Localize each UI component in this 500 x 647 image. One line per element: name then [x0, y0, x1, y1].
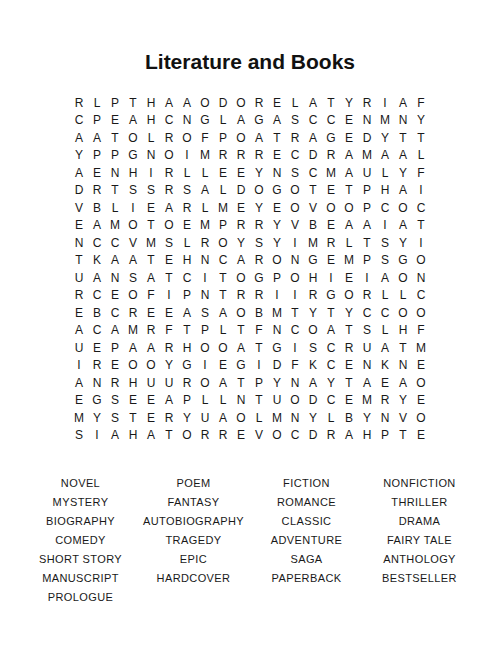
grid-cell-r14c18: L [376, 322, 394, 340]
grid-cell-r6c4: S [124, 182, 142, 200]
grid-cell-r7c2: B [88, 199, 106, 217]
grid-cell-r20c15: R [322, 427, 340, 445]
grid-cell-r19c2: Y [88, 409, 106, 427]
grid-cell-r2c20: Y [412, 112, 430, 130]
grid-cell-r2c7: N [178, 112, 196, 130]
grid-cell-r3c16: E [340, 129, 358, 147]
grid-cell-r14c9: L [214, 322, 232, 340]
grid-cell-r9c14: M [304, 234, 322, 252]
grid-cell-r4c6: O [160, 147, 178, 165]
grid-cell-r12c17: R [358, 287, 376, 305]
grid-cell-r11c6: T [160, 269, 178, 287]
grid-cell-r10c6: E [160, 252, 178, 270]
word-item: PAPERBACK [250, 569, 363, 588]
grid-cell-r6c5: S [142, 182, 160, 200]
grid-cell-r2c16: E [340, 112, 358, 130]
grid-cell-r16c6: Y [160, 357, 178, 375]
grid-cell-r16c18: K [376, 357, 394, 375]
grid-cell-r12c20: C [412, 287, 430, 305]
grid-cell-r13c7: A [178, 304, 196, 322]
grid-cell-r16c10: G [232, 357, 250, 375]
word-item: ANTHOLOGY [363, 550, 476, 569]
grid-cell-r12c10: R [232, 287, 250, 305]
grid-cell-r1c8: O [196, 94, 214, 112]
grid-cell-r13c17: C [358, 304, 376, 322]
grid-cell-r12c3: E [106, 287, 124, 305]
grid-cell-r6c14: T [304, 182, 322, 200]
grid-cell-r5c3: N [106, 164, 124, 182]
grid-cell-r6c12: G [268, 182, 286, 200]
grid-cell-r18c19: Y [394, 392, 412, 410]
grid-cell-r10c1: T [70, 252, 88, 270]
grid-cell-r15c1: U [70, 339, 88, 357]
grid-cell-r3c18: Y [376, 129, 394, 147]
word-list-column-1: NOVELMYSTERYBIOGRAPHYCOMEDYSHORT STORYMA… [24, 474, 137, 607]
grid-cell-r6c7: S [178, 182, 196, 200]
grid-cell-r1c17: R [358, 94, 376, 112]
grid-cell-r14c4: M [124, 322, 142, 340]
grid-cell-r9c12: Y [268, 234, 286, 252]
word-item: SAGA [250, 550, 363, 569]
grid-cell-r11c13: O [286, 269, 304, 287]
grid-cell-r4c4: G [124, 147, 142, 165]
word-item: FANTASY [137, 493, 250, 512]
grid-cell-r1c4: T [124, 94, 142, 112]
grid-cell-r13c6: E [160, 304, 178, 322]
grid-cell-r2c1: C [70, 112, 88, 130]
grid-cell-r7c8: L [196, 199, 214, 217]
grid-cell-r13c1: E [70, 304, 88, 322]
grid-cell-r18c10: N [232, 392, 250, 410]
grid-cell-r8c17: A [358, 217, 376, 235]
grid-cell-r4c5: N [142, 147, 160, 165]
grid-cell-r6c11: O [250, 182, 268, 200]
grid-cell-r20c5: A [142, 427, 160, 445]
grid-cell-r20c17: H [358, 427, 376, 445]
grid-cell-r19c18: N [376, 409, 394, 427]
grid-cell-r15c4: A [124, 339, 142, 357]
grid-cell-r13c4: R [124, 304, 142, 322]
grid-cell-r1c6: A [160, 94, 178, 112]
grid-cell-r8c15: E [322, 217, 340, 235]
grid-cell-r3c17: D [358, 129, 376, 147]
grid-cell-r1c10: O [232, 94, 250, 112]
word-item: NONFICTION [363, 474, 476, 493]
grid-cell-r18c12: U [268, 392, 286, 410]
grid-cell-r18c18: R [376, 392, 394, 410]
grid-cell-r2c8: G [196, 112, 214, 130]
grid-cell-r12c8: N [196, 287, 214, 305]
grid-cell-r14c8: P [196, 322, 214, 340]
grid-cell-r2c13: S [286, 112, 304, 130]
grid-cell-r20c19: T [394, 427, 412, 445]
grid-cell-r5c14: C [304, 164, 322, 182]
grid-cell-r19c9: A [214, 409, 232, 427]
grid-cell-r16c2: R [88, 357, 106, 375]
grid-cell-r7c4: I [124, 199, 142, 217]
grid-cell-r17c20: O [412, 374, 430, 392]
word-item: PROLOGUE [24, 588, 137, 607]
grid-cell-r18c8: L [196, 392, 214, 410]
grid-cell-r14c6: F [160, 322, 178, 340]
grid-cell-r5c9: E [214, 164, 232, 182]
grid-cell-r20c7: O [178, 427, 196, 445]
grid-cell-r1c2: L [88, 94, 106, 112]
grid-cell-r11c1: U [70, 269, 88, 287]
grid-cell-r17c11: P [250, 374, 268, 392]
grid-cell-r15c15: C [322, 339, 340, 357]
grid-cell-r17c2: N [88, 374, 106, 392]
grid-cell-r18c11: T [250, 392, 268, 410]
grid-cell-r12c9: T [214, 287, 232, 305]
grid-cell-r11c15: I [322, 269, 340, 287]
grid-cell-r18c17: M [358, 392, 376, 410]
word-item: FICTION [250, 474, 363, 493]
grid-cell-r8c3: M [106, 217, 124, 235]
grid-cell-r13c12: M [268, 304, 286, 322]
grid-cell-r9c3: C [106, 234, 124, 252]
grid-cell-r3c9: P [214, 129, 232, 147]
grid-cell-r19c3: S [106, 409, 124, 427]
grid-cell-r10c8: N [196, 252, 214, 270]
grid-cell-r5c4: H [124, 164, 142, 182]
grid-cell-r8c20: T [412, 217, 430, 235]
grid-cell-r4c15: R [322, 147, 340, 165]
grid-cell-r13c2: B [88, 304, 106, 322]
grid-cell-r11c9: T [214, 269, 232, 287]
grid-cell-r15c13: I [286, 339, 304, 357]
grid-cell-r3c1: A [70, 129, 88, 147]
grid-cell-r9c11: S [250, 234, 268, 252]
grid-cell-r12c2: C [88, 287, 106, 305]
grid-cell-r8c4: O [124, 217, 142, 235]
grid-cell-r4c13: C [286, 147, 304, 165]
grid-cell-r17c19: A [394, 374, 412, 392]
grid-cell-r17c15: Y [322, 374, 340, 392]
grid-cell-r18c4: E [124, 392, 142, 410]
grid-cell-r7c16: O [340, 199, 358, 217]
grid-cell-r11c11: G [250, 269, 268, 287]
grid-cell-r10c19: G [394, 252, 412, 270]
grid-cell-r17c8: O [196, 374, 214, 392]
grid-cell-r20c8: R [196, 427, 214, 445]
grid-cell-r13c14: Y [304, 304, 322, 322]
word-item: AUTOBIOGRAPHY [137, 512, 250, 531]
grid-cell-r10c3: A [106, 252, 124, 270]
grid-cell-r15c9: O [214, 339, 232, 357]
grid-cell-r1c13: L [286, 94, 304, 112]
grid-cell-r5c1: A [70, 164, 88, 182]
grid-cell-r6c18: H [376, 182, 394, 200]
grid-cell-r1c18: I [376, 94, 394, 112]
word-item: NOVEL [24, 474, 137, 493]
grid-cell-r12c1: R [70, 287, 88, 305]
grid-cell-r17c4: H [124, 374, 142, 392]
word-item: CLASSIC [250, 512, 363, 531]
grid-cell-r17c3: R [106, 374, 124, 392]
grid-cell-r11c5: A [142, 269, 160, 287]
grid-cell-r14c7: T [178, 322, 196, 340]
grid-cell-r17c13: N [286, 374, 304, 392]
grid-cell-r17c12: Y [268, 374, 286, 392]
grid-cell-r18c15: C [322, 392, 340, 410]
grid-cell-r18c2: G [88, 392, 106, 410]
grid-cell-r15c10: A [232, 339, 250, 357]
grid-cell-r13c18: C [376, 304, 394, 322]
grid-cell-r1c11: R [250, 94, 268, 112]
grid-cell-r4c7: I [178, 147, 196, 165]
grid-cell-r11c19: O [394, 269, 412, 287]
grid-cell-r9c15: R [322, 234, 340, 252]
grid-cell-r3c8: F [196, 129, 214, 147]
grid-cell-r7c18: C [376, 199, 394, 217]
grid-cell-r11c17: I [358, 269, 376, 287]
grid-cell-r11c4: S [124, 269, 142, 287]
grid-cell-r2c15: C [322, 112, 340, 130]
grid-cell-r17c14: A [304, 374, 322, 392]
grid-cell-r20c14: D [304, 427, 322, 445]
grid-cell-r10c5: T [142, 252, 160, 270]
grid-cell-r5c13: S [286, 164, 304, 182]
grid-cell-r3c20: T [412, 129, 430, 147]
grid-cell-r17c16: T [340, 374, 358, 392]
grid-cell-r4c14: D [304, 147, 322, 165]
grid-cell-r6c2: R [88, 182, 106, 200]
grid-cell-r14c2: C [88, 322, 106, 340]
grid-cell-r2c6: C [160, 112, 178, 130]
grid-cell-r14c20: F [412, 322, 430, 340]
grid-cell-r16c16: E [340, 357, 358, 375]
grid-cell-r5c10: E [232, 164, 250, 182]
grid-cell-r9c19: Y [394, 234, 412, 252]
grid-cell-r4c19: A [394, 147, 412, 165]
grid-cell-r7c13: O [286, 199, 304, 217]
grid-cell-r16c19: N [394, 357, 412, 375]
grid-cell-r10c20: O [412, 252, 430, 270]
word-item: SHORT STORY [24, 550, 137, 569]
grid-cell-r15c14: S [304, 339, 322, 357]
grid-cell-r15c5: A [142, 339, 160, 357]
grid-cell-r13c9: A [214, 304, 232, 322]
grid-cell-r18c1: E [70, 392, 88, 410]
grid-cell-r19c11: L [250, 409, 268, 427]
grid-cell-r12c13: I [286, 287, 304, 305]
grid-cell-r13c5: E [142, 304, 160, 322]
word-item: HARDCOVER [137, 569, 250, 588]
grid-cell-r9c18: S [376, 234, 394, 252]
grid-cell-r16c9: E [214, 357, 232, 375]
grid-cell-r9c4: V [124, 234, 142, 252]
grid-cell-r9c7: L [178, 234, 196, 252]
grid-cell-r16c12: D [268, 357, 286, 375]
word-item: ROMANCE [250, 493, 363, 512]
grid-cell-r7c11: Y [250, 199, 268, 217]
grid-cell-r15c6: R [160, 339, 178, 357]
word-item: MYSTERY [24, 493, 137, 512]
grid-cell-r5c18: L [376, 164, 394, 182]
grid-cell-r9c13: I [286, 234, 304, 252]
grid-cell-r2c5: H [142, 112, 160, 130]
grid-cell-r15c3: P [106, 339, 124, 357]
grid-cell-r12c14: R [304, 287, 322, 305]
grid-cell-r15c18: A [376, 339, 394, 357]
grid-cell-r6c13: O [286, 182, 304, 200]
grid-cell-r11c3: N [106, 269, 124, 287]
grid-cell-r3c19: T [394, 129, 412, 147]
grid-cell-r13c10: O [232, 304, 250, 322]
grid-cell-r2c17: N [358, 112, 376, 130]
grid-cell-r5c17: U [358, 164, 376, 182]
grid-cell-r3c12: T [268, 129, 286, 147]
grid-cell-r5c2: E [88, 164, 106, 182]
grid-cell-r8c9: P [214, 217, 232, 235]
grid-cell-r16c17: N [358, 357, 376, 375]
grid-cell-r9c20: I [412, 234, 430, 252]
grid-cell-r8c5: T [142, 217, 160, 235]
grid-cell-r11c7: C [178, 269, 196, 287]
grid-cell-r17c17: A [358, 374, 376, 392]
grid-cell-r17c10: T [232, 374, 250, 392]
grid-cell-r3c15: G [322, 129, 340, 147]
grid-cell-r19c14: Y [304, 409, 322, 427]
grid-cell-r4c3: P [106, 147, 124, 165]
grid-cell-r16c3: E [106, 357, 124, 375]
grid-cell-r9c8: R [196, 234, 214, 252]
word-item: FAIRY TALE [363, 531, 476, 550]
grid-cell-r8c18: I [376, 217, 394, 235]
grid-cell-r6c20: I [412, 182, 430, 200]
grid-cell-r14c16: T [340, 322, 358, 340]
grid-cell-r11c12: P [268, 269, 286, 287]
grid-cell-r9c16: L [340, 234, 358, 252]
grid-cell-r3c6: R [160, 129, 178, 147]
grid-cell-r10c17: P [358, 252, 376, 270]
grid-cell-r6c15: E [322, 182, 340, 200]
grid-cell-r18c5: E [142, 392, 160, 410]
grid-cell-r13c15: T [322, 304, 340, 322]
grid-cell-r15c19: T [394, 339, 412, 357]
grid-cell-r15c12: G [268, 339, 286, 357]
grid-cell-r1c16: Y [340, 94, 358, 112]
grid-cell-r12c6: I [160, 287, 178, 305]
grid-cell-r10c10: A [232, 252, 250, 270]
grid-cell-r7c5: E [142, 199, 160, 217]
grid-cell-r8c13: V [286, 217, 304, 235]
grid-cell-r14c1: A [70, 322, 88, 340]
grid-cell-r19c7: Y [178, 409, 196, 427]
grid-cell-r4c11: R [250, 147, 268, 165]
grid-cell-r20c9: R [214, 427, 232, 445]
grid-cell-r14c15: A [322, 322, 340, 340]
grid-cell-r12c4: O [124, 287, 142, 305]
grid-cell-r4c12: E [268, 147, 286, 165]
grid-cell-r19c6: R [160, 409, 178, 427]
grid-cell-r19c1: M [70, 409, 88, 427]
grid-cell-r14c13: C [286, 322, 304, 340]
grid-cell-r13c20: O [412, 304, 430, 322]
grid-cell-r8c8: M [196, 217, 214, 235]
grid-cell-r17c7: R [178, 374, 196, 392]
grid-cell-r17c18: E [376, 374, 394, 392]
grid-cell-r2c11: G [250, 112, 268, 130]
grid-cell-r15c16: R [340, 339, 358, 357]
grid-cell-r19c10: O [232, 409, 250, 427]
grid-cell-r4c2: P [88, 147, 106, 165]
grid-cell-r5c6: R [160, 164, 178, 182]
grid-cell-r14c11: F [250, 322, 268, 340]
grid-cell-r2c10: A [232, 112, 250, 130]
grid-cell-r2c18: M [376, 112, 394, 130]
grid-cell-r4c18: A [376, 147, 394, 165]
grid-cell-r16c11: I [250, 357, 268, 375]
grid-cell-r3c10: O [232, 129, 250, 147]
grid-cell-r9c5: M [142, 234, 160, 252]
grid-cell-r18c20: E [412, 392, 430, 410]
grid-cell-r20c1: S [70, 427, 88, 445]
grid-cell-r15c11: T [250, 339, 268, 357]
grid-cell-r7c9: M [214, 199, 232, 217]
grid-cell-r11c16: E [340, 269, 358, 287]
grid-cell-r4c1: Y [70, 147, 88, 165]
grid-cell-r20c11: V [250, 427, 268, 445]
grid-cell-r19c4: T [124, 409, 142, 427]
grid-cell-r1c14: A [304, 94, 322, 112]
word-item: DRAMA [363, 512, 476, 531]
grid-cell-r7c15: O [322, 199, 340, 217]
grid-cell-r11c20: N [412, 269, 430, 287]
grid-cell-r14c14: O [304, 322, 322, 340]
grid-cell-r3c14: A [304, 129, 322, 147]
grid-cell-r16c13: F [286, 357, 304, 375]
grid-cell-r16c1: I [70, 357, 88, 375]
grid-cell-r1c15: T [322, 94, 340, 112]
grid-cell-r5c16: A [340, 164, 358, 182]
grid-cell-r19c20: O [412, 409, 430, 427]
grid-cell-r16c7: G [178, 357, 196, 375]
grid-cell-r5c5: I [142, 164, 160, 182]
grid-cell-r4c9: R [214, 147, 232, 165]
letter-grid: RLPTHAAODORELATYRIAFCPEAHCNGLAGASCCENMNY… [70, 94, 430, 444]
grid-cell-r20c6: T [160, 427, 178, 445]
grid-cell-r10c16: M [340, 252, 358, 270]
grid-cell-r11c10: O [232, 269, 250, 287]
grid-cell-r7c12: E [268, 199, 286, 217]
grid-cell-r6c1: D [70, 182, 88, 200]
grid-cell-r10c11: R [250, 252, 268, 270]
grid-cell-r1c19: A [394, 94, 412, 112]
grid-cell-r12c16: O [340, 287, 358, 305]
word-item: THRILLER [363, 493, 476, 512]
grid-cell-r7c6: A [160, 199, 178, 217]
grid-cell-r8c2: A [88, 217, 106, 235]
grid-cell-r9c2: C [88, 234, 106, 252]
grid-cell-r5c19: Y [394, 164, 412, 182]
grid-cell-r11c2: A [88, 269, 106, 287]
grid-cell-r13c8: S [196, 304, 214, 322]
grid-cell-r15c20: M [412, 339, 430, 357]
grid-cell-r8c14: B [304, 217, 322, 235]
grid-cell-r14c12: N [268, 322, 286, 340]
grid-cell-r10c12: O [268, 252, 286, 270]
grid-cell-r6c6: R [160, 182, 178, 200]
grid-cell-r18c16: E [340, 392, 358, 410]
grid-cell-r11c18: A [376, 269, 394, 287]
grid-cell-r2c4: A [124, 112, 142, 130]
grid-cell-r11c8: I [196, 269, 214, 287]
grid-cell-r15c7: H [178, 339, 196, 357]
grid-cell-r12c15: G [322, 287, 340, 305]
grid-cell-r10c14: G [304, 252, 322, 270]
